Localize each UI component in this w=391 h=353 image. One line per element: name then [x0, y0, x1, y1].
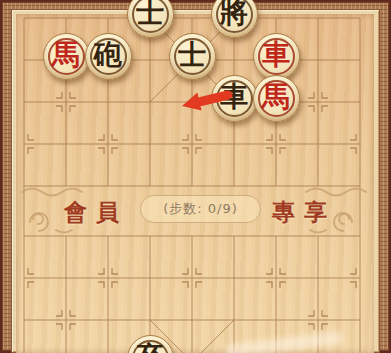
piece-glyph: 將 — [220, 0, 248, 27]
piece-glyph: 卒 — [136, 343, 164, 353]
piece-black-advisor[interactable]: 士 — [127, 0, 174, 38]
piece-red-horse[interactable]: 馬 — [253, 75, 300, 122]
piece-grid[interactable]: 士將馬砲士車車馬卒 — [3, 0, 381, 353]
piece-black-chariot[interactable]: 車 — [211, 75, 258, 122]
piece-red-horse[interactable]: 馬 — [43, 33, 90, 80]
piece-glyph: 車 — [220, 83, 248, 111]
piece-glyph: 砲 — [94, 41, 122, 69]
piece-black-soldier[interactable]: 卒 — [127, 335, 174, 353]
piece-glyph: 士 — [178, 41, 206, 69]
xiangqi-app-window: 會員 (步数: 0/9) 專享 士將馬砲士車車馬卒 — [0, 0, 391, 353]
piece-black-cannon[interactable]: 砲 — [85, 33, 132, 80]
piece-black-general[interactable]: 將 — [211, 0, 258, 38]
piece-black-advisor[interactable]: 士 — [169, 33, 216, 80]
piece-glyph: 車 — [262, 41, 290, 69]
piece-red-chariot[interactable]: 車 — [253, 33, 300, 80]
piece-glyph: 馬 — [262, 83, 290, 111]
piece-glyph: 士 — [136, 0, 164, 27]
piece-glyph: 馬 — [52, 41, 80, 69]
